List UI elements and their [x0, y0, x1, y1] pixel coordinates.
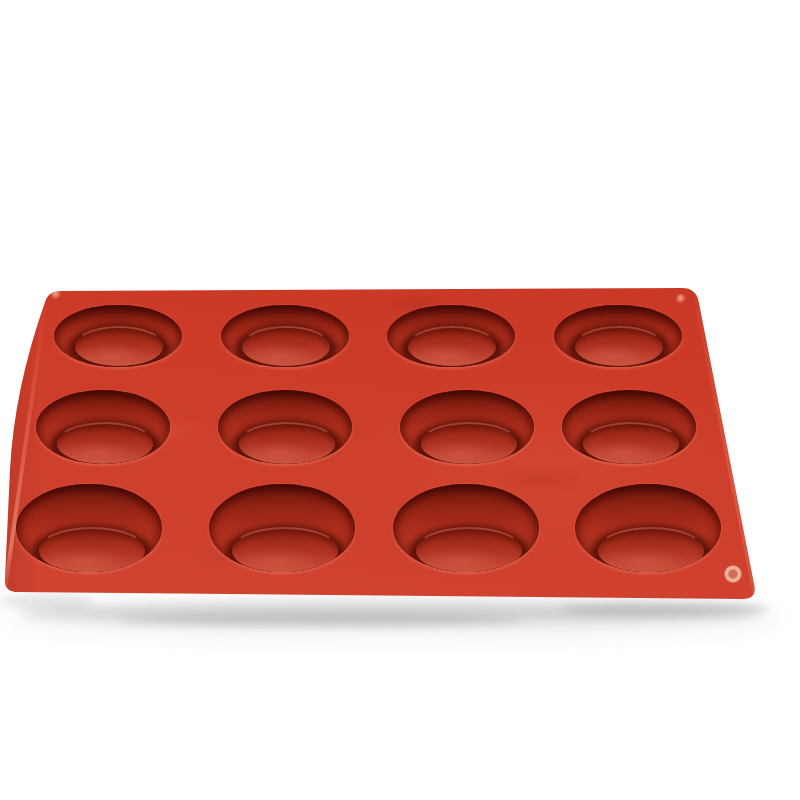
cavity-trench-shadow: [414, 420, 524, 464]
mold-cavity-r3c2: [209, 484, 355, 572]
mold-cavity-r1c4: [554, 305, 682, 367]
shadow-blob-4: [10, 598, 780, 638]
shadow-blob-2: [120, 614, 520, 626]
mold-cavity-r2c2: [218, 390, 352, 464]
mold-cavity-r1c2: [221, 305, 349, 367]
mold-edge-highlight-left: [3, 298, 48, 588]
mold-cavity-r2c1: [36, 390, 170, 464]
corner-dimple-2: [676, 294, 686, 304]
mold-edge-highlight-right: [692, 290, 757, 597]
cavity-floor-rim-highlight: [596, 527, 706, 572]
cavity-floor: [232, 529, 338, 572]
cavity-floor: [239, 424, 335, 464]
cavity-floor: [421, 424, 517, 464]
cavity-floor-rim-highlight: [73, 326, 165, 367]
mold-cavity-r2c3: [400, 390, 534, 464]
mold-surface-sheen: [0, 0, 800, 800]
mold-cavity-r1c3: [387, 305, 515, 367]
cavity-floor-rim-highlight: [237, 422, 337, 464]
silicone-mold: [0, 0, 800, 800]
mold-edge-shading: [0, 0, 800, 800]
corner-dimple-1: [51, 290, 61, 300]
cavity-trench-shadow: [401, 324, 503, 367]
cavity-floor-rim-highlight: [414, 527, 524, 572]
cavity-floor: [408, 328, 496, 366]
cavity-floor-rim-highlight: [230, 527, 340, 572]
cavity-trench-shadow: [50, 420, 160, 464]
cavity-trench-shadow: [235, 324, 337, 367]
cavity-trench-shadow: [568, 324, 670, 367]
shadow-blob-3: [560, 602, 770, 616]
mold-surface-smudges: [0, 0, 800, 800]
cavity-floor: [242, 328, 330, 366]
shadow-blob-5: [0, 593, 93, 609]
shadow-blob-1: [20, 603, 760, 623]
cavity-trench-shadow: [232, 420, 342, 464]
mold-cavity-r3c4: [575, 484, 721, 572]
mold-cavity-r3c3: [393, 484, 539, 572]
mold-cavity-r2c4: [562, 390, 696, 464]
cavity-trench-shadow: [591, 525, 711, 572]
photo-background: [0, 0, 800, 800]
mold-cavity-r1c1: [54, 305, 182, 367]
corner-dimple-3: [724, 565, 742, 583]
cavity-floor: [416, 529, 522, 572]
cavity-floor-rim-highlight: [573, 326, 665, 367]
cavity-floor: [575, 328, 663, 366]
cavity-trench-shadow: [576, 420, 686, 464]
cavity-floor-rim-highlight: [406, 326, 498, 367]
cavity-trench-shadow: [409, 525, 529, 572]
cavity-trench-shadow: [225, 525, 345, 572]
cavity-floor: [39, 529, 145, 572]
cavity-floor-rim-highlight: [240, 326, 332, 367]
cavity-floor: [75, 328, 163, 366]
cavity-floor-rim-highlight: [55, 422, 155, 464]
cavity-floor-rim-highlight: [37, 527, 147, 572]
cavity-floor-rim-highlight: [581, 422, 681, 464]
corner-dimple-layer: [0, 0, 800, 800]
cavity-floor: [598, 529, 704, 572]
cavity-trench-shadow: [68, 324, 170, 367]
cavity-floor: [583, 424, 679, 464]
cavity-layer: [0, 0, 800, 800]
cavity-floor: [57, 424, 153, 464]
cavity-trench-shadow: [32, 525, 152, 572]
cavity-floor-rim-highlight: [419, 422, 519, 464]
mold-cavity-r3c1: [16, 484, 162, 572]
